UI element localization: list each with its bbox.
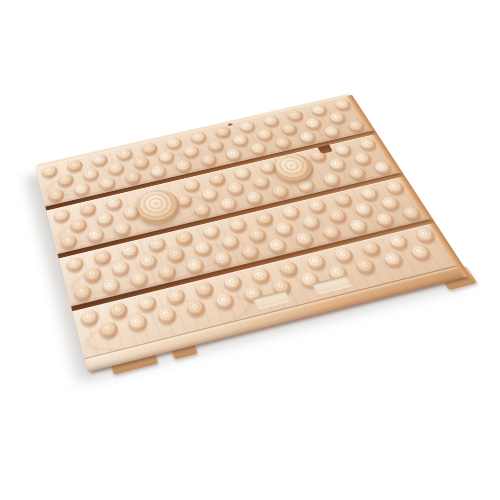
massage-knob xyxy=(270,184,291,199)
massage-knob xyxy=(82,167,100,181)
massage-knob xyxy=(132,156,151,170)
massage-knob xyxy=(193,240,214,257)
product-photo-stage xyxy=(0,0,500,500)
massage-knob xyxy=(184,257,205,274)
massage-knob xyxy=(105,196,124,211)
massage-knob xyxy=(309,103,329,116)
massage-knob xyxy=(206,139,225,153)
massage-knob xyxy=(413,227,437,244)
massage-knob xyxy=(238,120,257,133)
massage-knob xyxy=(353,202,375,218)
massage-knob xyxy=(300,214,322,230)
massage-knob xyxy=(346,119,366,132)
massage-knob xyxy=(346,166,367,181)
massage-knob xyxy=(239,244,261,261)
massage-knob xyxy=(249,142,269,156)
massage-knob xyxy=(174,159,193,173)
massage-knob xyxy=(379,195,402,211)
massage-knob xyxy=(213,292,235,310)
massage-knob xyxy=(199,153,218,167)
massage-knob xyxy=(98,176,116,191)
massage-knob xyxy=(201,223,222,239)
massage-knob xyxy=(165,136,184,150)
massage-knob xyxy=(280,204,301,220)
massage-knob xyxy=(266,237,288,254)
massage-knob xyxy=(298,130,318,144)
massage-knob xyxy=(352,151,373,165)
massage-knob xyxy=(332,192,354,208)
massage-knob xyxy=(254,211,275,227)
massage-knob xyxy=(213,125,232,138)
massage-knob xyxy=(113,221,133,237)
massage-knob xyxy=(86,227,105,243)
massage-knob xyxy=(69,217,88,233)
massage-knob xyxy=(372,160,394,175)
massage-knob xyxy=(273,136,293,150)
massage-knob xyxy=(127,313,149,332)
alignment-cut-notch xyxy=(318,145,333,154)
massage-knob xyxy=(137,294,158,312)
massage-knob xyxy=(227,217,248,233)
massage-knob xyxy=(157,264,178,281)
wood-knot xyxy=(227,123,233,126)
massage-knob xyxy=(220,233,241,250)
massage-knob xyxy=(387,233,411,250)
massage-knob xyxy=(262,114,281,127)
massage-knob xyxy=(285,109,304,122)
massage-knob xyxy=(65,255,85,272)
massage-knob xyxy=(73,284,93,302)
massage-knob xyxy=(305,253,328,270)
massage-knob xyxy=(255,128,274,142)
massage-knob xyxy=(182,144,201,158)
massage-knob xyxy=(400,205,423,221)
massage-knob xyxy=(147,236,167,253)
massage-knob xyxy=(41,164,59,178)
massage-knob xyxy=(226,181,246,196)
massage-knob xyxy=(357,137,378,151)
massage-knob xyxy=(321,172,342,187)
massage-knob xyxy=(221,273,243,291)
massage-knob xyxy=(92,249,112,266)
massage-knob xyxy=(185,299,207,318)
massage-knob xyxy=(174,230,195,246)
massage-knob xyxy=(83,266,103,283)
massage-knob xyxy=(156,306,178,325)
massage-knob xyxy=(73,182,91,197)
massage-knob xyxy=(107,161,125,175)
massage-knob xyxy=(306,198,328,214)
massage-knob xyxy=(374,211,397,227)
massage-knob xyxy=(66,159,84,173)
massage-knob xyxy=(279,122,299,135)
massage-knob xyxy=(57,173,75,187)
massage-knob xyxy=(384,180,406,195)
large-dome-knob xyxy=(133,186,185,227)
massage-knob xyxy=(165,287,187,305)
massage-knob xyxy=(91,153,109,167)
massage-knob xyxy=(327,111,347,124)
massage-knob xyxy=(320,224,342,240)
massage-knob xyxy=(120,242,140,259)
massage-knob xyxy=(193,280,215,298)
massage-knob xyxy=(233,166,253,181)
massage-knob xyxy=(333,143,354,157)
massage-knob xyxy=(47,188,65,203)
massage-knob xyxy=(189,131,208,145)
massage-knob xyxy=(157,150,176,164)
massage-knob xyxy=(273,221,295,237)
massage-knob xyxy=(327,157,348,172)
massage-knob xyxy=(218,196,238,211)
massage-knob xyxy=(149,164,168,178)
massage-knob xyxy=(207,172,227,187)
massage-knob xyxy=(251,175,271,190)
massage-knob xyxy=(303,117,323,130)
massage-knob xyxy=(98,320,119,339)
massage-knob xyxy=(359,240,382,257)
massage-board xyxy=(35,95,470,372)
massage-knob xyxy=(322,125,342,139)
massage-knob xyxy=(354,257,378,275)
massage-knob xyxy=(101,277,121,295)
massage-knob xyxy=(165,246,186,263)
massage-knob xyxy=(79,308,100,327)
massage-knob xyxy=(95,211,114,227)
massage-knob xyxy=(129,270,150,288)
massage-knob xyxy=(79,202,98,217)
massage-knob xyxy=(200,187,220,202)
massage-knob xyxy=(59,233,78,249)
massage-knob xyxy=(124,170,143,185)
massage-knob xyxy=(116,147,134,161)
massage-knob xyxy=(381,250,405,267)
massage-knob xyxy=(247,227,268,243)
massage-knob xyxy=(192,202,212,218)
massage-knob xyxy=(333,98,353,111)
massage-knob xyxy=(408,244,432,261)
massage-knob xyxy=(332,246,355,263)
massage-knob xyxy=(140,142,158,156)
massage-knob xyxy=(249,267,271,285)
massage-knob xyxy=(347,218,370,234)
massage-knob xyxy=(293,231,315,248)
massage-knob xyxy=(358,186,380,201)
massage-knob xyxy=(231,133,250,147)
massage-knob xyxy=(326,208,348,224)
massage-knob xyxy=(224,147,243,161)
massage-knob xyxy=(52,208,70,223)
massage-knob xyxy=(138,253,158,270)
massage-knob xyxy=(110,259,130,276)
massage-knob xyxy=(277,260,300,278)
massage-knob xyxy=(212,250,233,267)
massage-knob xyxy=(108,301,129,320)
massage-knob xyxy=(244,190,265,205)
massage-knob xyxy=(182,178,202,193)
